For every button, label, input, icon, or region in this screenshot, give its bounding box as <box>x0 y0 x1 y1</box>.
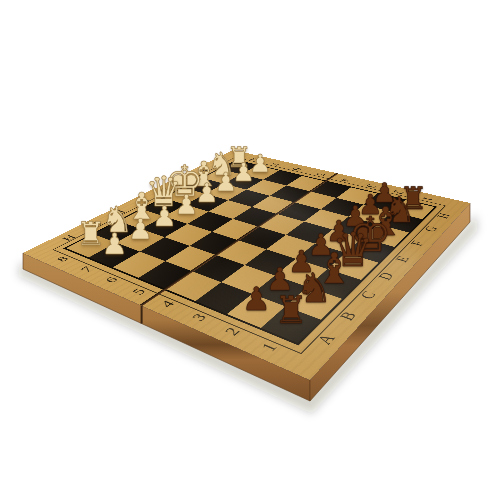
photo-canvas: 87654321 ABCDEFGH HGFEDCBA 87654321 ♜♞♝♛… <box>0 0 500 500</box>
